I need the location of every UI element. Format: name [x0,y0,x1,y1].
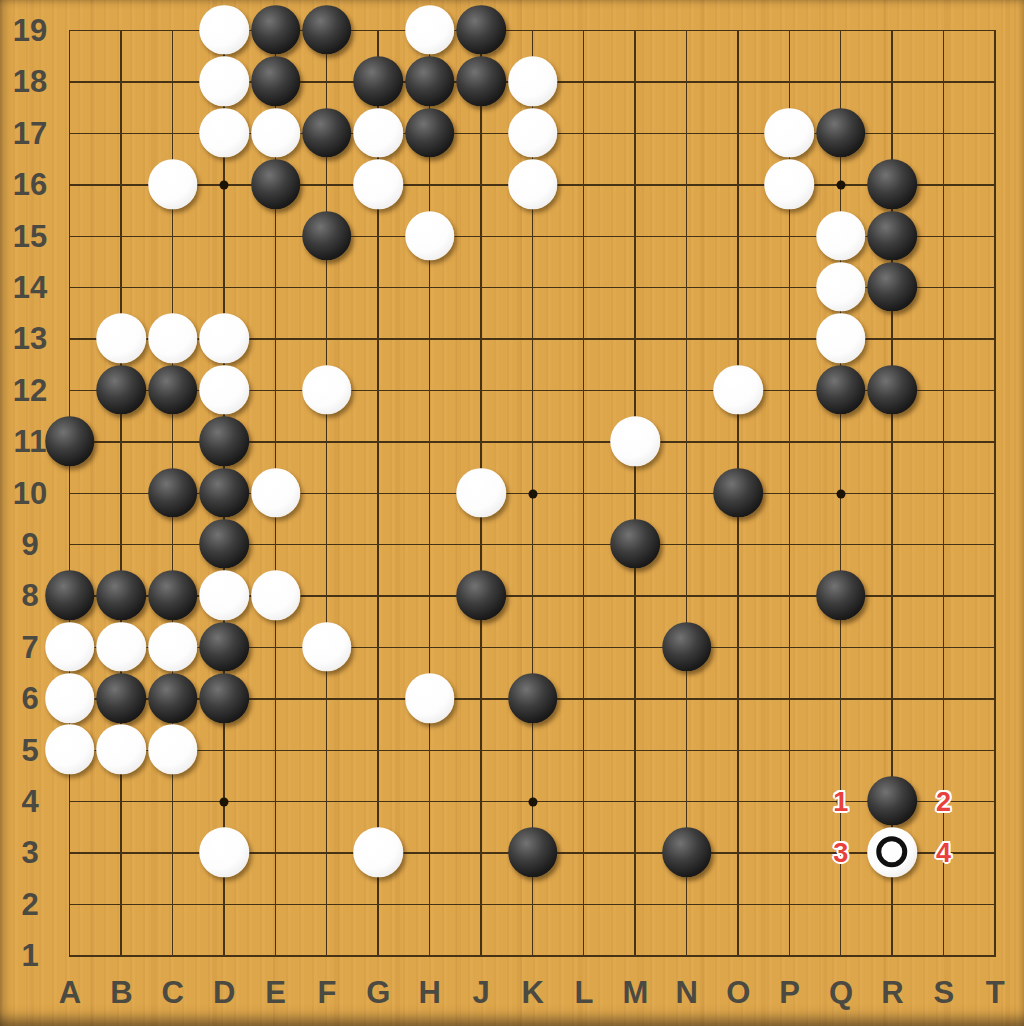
board-point-N6[interactable] [661,673,712,724]
board-point-E19[interactable] [250,5,301,56]
board-point-S6[interactable] [918,673,969,724]
board-point-S2[interactable] [918,879,969,930]
board-point-G9[interactable] [353,519,404,570]
board-point-K8[interactable] [507,571,558,622]
candidate-move-label-1[interactable]: 1 [833,788,848,815]
board-point-B12[interactable] [96,365,147,416]
board-point-D3[interactable] [198,828,249,879]
board-point-L3[interactable] [558,828,609,879]
board-point-L15[interactable] [558,211,609,262]
board-point-S13[interactable] [918,314,969,365]
board-point-A5[interactable] [44,725,95,776]
board-point-Q13[interactable] [815,314,866,365]
board-point-G1[interactable] [353,930,404,981]
board-point-D15[interactable] [198,211,249,262]
board-point-J7[interactable] [455,622,506,673]
board-point-C7[interactable] [147,622,198,673]
board-point-Q7[interactable] [815,622,866,673]
board-point-E8[interactable] [250,571,301,622]
board-point-M10[interactable] [610,468,661,519]
board-point-B9[interactable] [96,519,147,570]
board-point-R5[interactable] [867,725,918,776]
board-point-K16[interactable] [507,159,558,210]
board-point-G4[interactable] [353,776,404,827]
board-point-Q8[interactable] [815,571,866,622]
board-point-J2[interactable] [455,879,506,930]
board-point-T19[interactable] [969,5,1020,56]
board-point-Q11[interactable] [815,416,866,467]
board-point-A16[interactable] [44,159,95,210]
board-point-S1[interactable] [918,930,969,981]
board-point-O12[interactable] [712,365,763,416]
board-point-H2[interactable] [404,879,455,930]
board-point-R14[interactable] [867,262,918,313]
board-point-R7[interactable] [867,622,918,673]
board-point-A6[interactable] [44,673,95,724]
board-point-C8[interactable] [147,571,198,622]
board-point-B19[interactable] [96,5,147,56]
board-point-Q16[interactable] [815,159,866,210]
board-point-B11[interactable] [96,416,147,467]
board-point-C1[interactable] [147,930,198,981]
board-point-N19[interactable] [661,5,712,56]
board-point-N18[interactable] [661,57,712,108]
board-point-K6[interactable] [507,673,558,724]
board-point-L19[interactable] [558,5,609,56]
board-point-J11[interactable] [455,416,506,467]
board-point-N13[interactable] [661,314,712,365]
board-point-N17[interactable] [661,108,712,159]
board-point-H13[interactable] [404,314,455,365]
board-point-M8[interactable] [610,571,661,622]
board-point-O4[interactable] [712,776,763,827]
board-point-D5[interactable] [198,725,249,776]
board-point-O6[interactable] [712,673,763,724]
board-point-D4[interactable] [198,776,249,827]
board-point-G18[interactable] [353,57,404,108]
board-point-G11[interactable] [353,416,404,467]
board-point-M7[interactable] [610,622,661,673]
board-point-J18[interactable] [455,57,506,108]
board-point-T18[interactable] [969,57,1020,108]
board-point-P6[interactable] [764,673,815,724]
board-point-J10[interactable] [455,468,506,519]
board-point-C9[interactable] [147,519,198,570]
board-point-T2[interactable] [969,879,1020,930]
board-point-E1[interactable] [250,930,301,981]
board-point-B2[interactable] [96,879,147,930]
board-point-Q19[interactable] [815,5,866,56]
board-point-O10[interactable] [712,468,763,519]
board-point-S5[interactable] [918,725,969,776]
board-point-B18[interactable] [96,57,147,108]
board-point-D8[interactable] [198,571,249,622]
board-point-T1[interactable] [969,930,1020,981]
board-point-F10[interactable] [301,468,352,519]
board-point-M18[interactable] [610,57,661,108]
board-point-F11[interactable] [301,416,352,467]
board-point-B8[interactable] [96,571,147,622]
board-point-P12[interactable] [764,365,815,416]
board-point-F6[interactable] [301,673,352,724]
board-point-S17[interactable] [918,108,969,159]
board-point-E15[interactable] [250,211,301,262]
board-point-E9[interactable] [250,519,301,570]
board-point-G2[interactable] [353,879,404,930]
board-point-H9[interactable] [404,519,455,570]
board-point-C10[interactable] [147,468,198,519]
board-point-O1[interactable] [712,930,763,981]
board-point-K13[interactable] [507,314,558,365]
board-point-T15[interactable] [969,211,1020,262]
board-point-J14[interactable] [455,262,506,313]
board-point-R13[interactable] [867,314,918,365]
board-point-J16[interactable] [455,159,506,210]
board-point-F5[interactable] [301,725,352,776]
board-point-H18[interactable] [404,57,455,108]
board-point-A11[interactable] [44,416,95,467]
board-point-A7[interactable] [44,622,95,673]
board-point-E5[interactable] [250,725,301,776]
board-point-L4[interactable] [558,776,609,827]
board-point-G12[interactable] [353,365,404,416]
board-point-C18[interactable] [147,57,198,108]
board-point-E17[interactable] [250,108,301,159]
board-point-A15[interactable] [44,211,95,262]
board-point-R2[interactable] [867,879,918,930]
board-point-R17[interactable] [867,108,918,159]
board-point-E11[interactable] [250,416,301,467]
board-point-D18[interactable] [198,57,249,108]
board-point-O2[interactable] [712,879,763,930]
board-point-P19[interactable] [764,5,815,56]
board-point-P2[interactable] [764,879,815,930]
board-point-S11[interactable] [918,416,969,467]
board-point-N14[interactable] [661,262,712,313]
board-point-G6[interactable] [353,673,404,724]
board-point-E7[interactable] [250,622,301,673]
board-point-H8[interactable] [404,571,455,622]
board-point-F18[interactable] [301,57,352,108]
board-point-S15[interactable] [918,211,969,262]
board-point-K10[interactable] [507,468,558,519]
board-point-E3[interactable] [250,828,301,879]
board-point-H1[interactable] [404,930,455,981]
board-point-O19[interactable] [712,5,763,56]
board-point-Q5[interactable] [815,725,866,776]
board-point-R11[interactable] [867,416,918,467]
board-point-D7[interactable] [198,622,249,673]
board-point-M4[interactable] [610,776,661,827]
board-point-S7[interactable] [918,622,969,673]
board-point-A4[interactable] [44,776,95,827]
board-point-P1[interactable] [764,930,815,981]
board-point-K17[interactable] [507,108,558,159]
board-point-A8[interactable] [44,571,95,622]
board-point-N1[interactable] [661,930,712,981]
board-point-G10[interactable] [353,468,404,519]
board-point-R6[interactable] [867,673,918,724]
board-point-J19[interactable] [455,5,506,56]
board-point-E14[interactable] [250,262,301,313]
board-point-L10[interactable] [558,468,609,519]
board-point-R19[interactable] [867,5,918,56]
board-point-S9[interactable] [918,519,969,570]
board-point-E13[interactable] [250,314,301,365]
board-point-L9[interactable] [558,519,609,570]
board-point-T7[interactable] [969,622,1020,673]
board-point-Q1[interactable] [815,930,866,981]
board-point-T10[interactable] [969,468,1020,519]
board-point-T14[interactable] [969,262,1020,313]
board-point-E10[interactable] [250,468,301,519]
board-point-N9[interactable] [661,519,712,570]
board-point-S19[interactable] [918,5,969,56]
board-point-R9[interactable] [867,519,918,570]
board-point-A19[interactable] [44,5,95,56]
board-point-O14[interactable] [712,262,763,313]
board-point-N2[interactable] [661,879,712,930]
board-point-F4[interactable] [301,776,352,827]
board-point-Q3[interactable]: 3 [815,828,866,879]
board-point-D17[interactable] [198,108,249,159]
board-point-K14[interactable] [507,262,558,313]
board-point-M17[interactable] [610,108,661,159]
board-point-B3[interactable] [96,828,147,879]
board-point-F7[interactable] [301,622,352,673]
board-point-A9[interactable] [44,519,95,570]
board-point-G5[interactable] [353,725,404,776]
board-point-O15[interactable] [712,211,763,262]
board-point-B6[interactable] [96,673,147,724]
board-point-R15[interactable] [867,211,918,262]
board-point-O17[interactable] [712,108,763,159]
board-point-Q18[interactable] [815,57,866,108]
board-point-A13[interactable] [44,314,95,365]
board-point-H10[interactable] [404,468,455,519]
board-point-D13[interactable] [198,314,249,365]
board-point-J9[interactable] [455,519,506,570]
board-point-G3[interactable] [353,828,404,879]
board-point-F2[interactable] [301,879,352,930]
board-point-F1[interactable] [301,930,352,981]
board-point-Q10[interactable] [815,468,866,519]
board-point-D14[interactable] [198,262,249,313]
board-point-D6[interactable] [198,673,249,724]
board-point-H7[interactable] [404,622,455,673]
board-point-C3[interactable] [147,828,198,879]
board-point-O9[interactable] [712,519,763,570]
board-point-A2[interactable] [44,879,95,930]
board-point-L6[interactable] [558,673,609,724]
board-point-R10[interactable] [867,468,918,519]
board-point-K1[interactable] [507,930,558,981]
board-point-H17[interactable] [404,108,455,159]
board-point-S18[interactable] [918,57,969,108]
board-point-R3[interactable] [867,828,918,879]
board-point-K12[interactable] [507,365,558,416]
board-point-L5[interactable] [558,725,609,776]
board-point-P17[interactable] [764,108,815,159]
board-point-F13[interactable] [301,314,352,365]
board-point-K11[interactable] [507,416,558,467]
board-point-P11[interactable] [764,416,815,467]
board-point-C19[interactable] [147,5,198,56]
board-point-T5[interactable] [969,725,1020,776]
board-point-T4[interactable] [969,776,1020,827]
board-point-N3[interactable] [661,828,712,879]
board-point-S4[interactable]: 2 [918,776,969,827]
board-point-E18[interactable] [250,57,301,108]
board-point-P4[interactable] [764,776,815,827]
board-point-O3[interactable] [712,828,763,879]
board-point-A1[interactable] [44,930,95,981]
board-point-K9[interactable] [507,519,558,570]
board-point-G17[interactable] [353,108,404,159]
board-point-N16[interactable] [661,159,712,210]
board-point-J15[interactable] [455,211,506,262]
board-point-O16[interactable] [712,159,763,210]
board-point-H14[interactable] [404,262,455,313]
board-point-H6[interactable] [404,673,455,724]
board-point-B14[interactable] [96,262,147,313]
board-point-C13[interactable] [147,314,198,365]
board-point-P14[interactable] [764,262,815,313]
board-point-D1[interactable] [198,930,249,981]
board-point-Q14[interactable] [815,262,866,313]
board-point-L2[interactable] [558,879,609,930]
board-point-S10[interactable] [918,468,969,519]
board-point-L11[interactable] [558,416,609,467]
board-point-M1[interactable] [610,930,661,981]
board-point-E6[interactable] [250,673,301,724]
board-point-H5[interactable] [404,725,455,776]
board-point-B7[interactable] [96,622,147,673]
board-point-H12[interactable] [404,365,455,416]
board-point-T6[interactable] [969,673,1020,724]
board-point-Q4[interactable]: 1 [815,776,866,827]
board-point-H16[interactable] [404,159,455,210]
board-point-A10[interactable] [44,468,95,519]
board-point-O5[interactable] [712,725,763,776]
board-point-P8[interactable] [764,571,815,622]
board-point-T8[interactable] [969,571,1020,622]
board-point-K5[interactable] [507,725,558,776]
board-point-T17[interactable] [969,108,1020,159]
board-point-R16[interactable] [867,159,918,210]
board-point-Q12[interactable] [815,365,866,416]
board-point-B13[interactable] [96,314,147,365]
board-point-A3[interactable] [44,828,95,879]
board-point-F15[interactable] [301,211,352,262]
board-point-G8[interactable] [353,571,404,622]
board-point-M16[interactable] [610,159,661,210]
board-point-P15[interactable] [764,211,815,262]
board-point-T16[interactable] [969,159,1020,210]
board-point-S3[interactable]: 4 [918,828,969,879]
board-point-C6[interactable] [147,673,198,724]
candidate-move-label-4[interactable]: 4 [936,840,951,867]
board-point-Q6[interactable] [815,673,866,724]
board-point-G19[interactable] [353,5,404,56]
board-point-F3[interactable] [301,828,352,879]
board-point-B4[interactable] [96,776,147,827]
board-point-P13[interactable] [764,314,815,365]
board-point-B10[interactable] [96,468,147,519]
board-point-G14[interactable] [353,262,404,313]
candidate-move-label-3[interactable]: 3 [833,840,848,867]
board-point-P10[interactable] [764,468,815,519]
board-point-P16[interactable] [764,159,815,210]
board-point-Q9[interactable] [815,519,866,570]
board-point-R8[interactable] [867,571,918,622]
board-point-S16[interactable] [918,159,969,210]
board-point-P3[interactable] [764,828,815,879]
board-point-N11[interactable] [661,416,712,467]
board-point-L12[interactable] [558,365,609,416]
board-point-J12[interactable] [455,365,506,416]
board-point-C16[interactable] [147,159,198,210]
board-point-A12[interactable] [44,365,95,416]
board-point-M19[interactable] [610,5,661,56]
board-point-Q17[interactable] [815,108,866,159]
board-point-J13[interactable] [455,314,506,365]
board-point-A17[interactable] [44,108,95,159]
board-point-T12[interactable] [969,365,1020,416]
board-point-M2[interactable] [610,879,661,930]
board-point-M6[interactable] [610,673,661,724]
board-point-D12[interactable] [198,365,249,416]
board-point-M3[interactable] [610,828,661,879]
board-point-L8[interactable] [558,571,609,622]
board-point-F16[interactable] [301,159,352,210]
board-point-J5[interactable] [455,725,506,776]
board-point-R18[interactable] [867,57,918,108]
board-point-Q15[interactable] [815,211,866,262]
board-point-M12[interactable] [610,365,661,416]
board-point-D2[interactable] [198,879,249,930]
board-point-D9[interactable] [198,519,249,570]
board-point-M14[interactable] [610,262,661,313]
board-point-K2[interactable] [507,879,558,930]
board-point-F9[interactable] [301,519,352,570]
board-point-H4[interactable] [404,776,455,827]
board-point-O18[interactable] [712,57,763,108]
board-point-Q2[interactable] [815,879,866,930]
board-point-E16[interactable] [250,159,301,210]
board-point-R1[interactable] [867,930,918,981]
board-point-L17[interactable] [558,108,609,159]
board-point-B5[interactable] [96,725,147,776]
board-point-T11[interactable] [969,416,1020,467]
board-point-N5[interactable] [661,725,712,776]
board-point-D10[interactable] [198,468,249,519]
board-point-D16[interactable] [198,159,249,210]
board-point-T13[interactable] [969,314,1020,365]
board-point-E4[interactable] [250,776,301,827]
board-point-M13[interactable] [610,314,661,365]
board-point-R4[interactable] [867,776,918,827]
board-point-N7[interactable] [661,622,712,673]
board-point-P7[interactable] [764,622,815,673]
board-point-M9[interactable] [610,519,661,570]
board-point-F17[interactable] [301,108,352,159]
board-point-L16[interactable] [558,159,609,210]
board-point-J17[interactable] [455,108,506,159]
board-point-C11[interactable] [147,416,198,467]
board-point-P5[interactable] [764,725,815,776]
board-point-C12[interactable] [147,365,198,416]
